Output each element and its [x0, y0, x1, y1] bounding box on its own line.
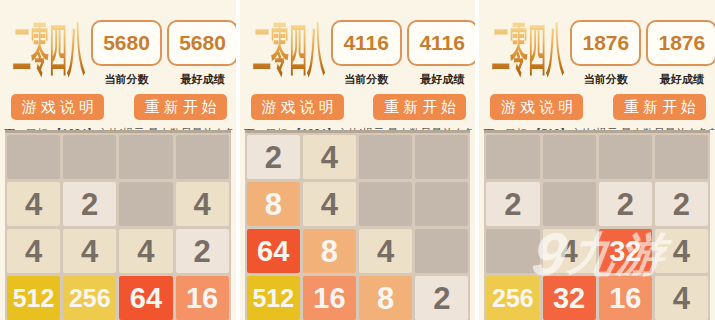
board-cell-empty [655, 135, 708, 179]
tile-32: 32 [599, 229, 652, 273]
game-title: 二零四八 [492, 20, 568, 82]
best-score-group: 4116 最好成绩 [407, 20, 476, 87]
tile-16: 16 [176, 276, 229, 320]
board-cell-empty [7, 135, 60, 179]
best-score-group: 1876 最好成绩 [646, 20, 715, 87]
board-cell-empty [359, 182, 412, 226]
tile-8: 8 [359, 276, 412, 320]
tile-4: 4 [63, 229, 116, 273]
tile-4: 4 [359, 229, 412, 273]
best-score-label: 最好成绩 [420, 72, 464, 87]
game-title-text: 二零四八 [492, 20, 564, 79]
tile-4: 4 [303, 135, 356, 179]
tile-512: 512 [247, 276, 300, 320]
current-score-box: 5680 [91, 20, 162, 66]
current-score-value: 5680 [103, 31, 150, 55]
tile-2: 2 [176, 229, 229, 273]
best-score-box: 1876 [646, 20, 715, 66]
game-panel-3: 二零四八 1876 当前分数 1876 最好成绩 游戏说明 重新开 [479, 0, 715, 320]
panel-header: 二零四八 5680 当前分数 5680 最好成绩 [0, 0, 236, 87]
tile-2: 2 [415, 276, 468, 320]
instructions-button[interactable]: 游戏说明 [490, 94, 583, 120]
best-score-group: 5680 最好成绩 [167, 20, 236, 87]
board-area: 42444425122566416 [5, 130, 231, 320]
panel-header: 二零四八 4116 当前分数 4116 最好成绩 [240, 0, 476, 87]
tile-2: 2 [247, 135, 300, 179]
board-cell-empty [486, 135, 539, 179]
best-score-label: 最好成绩 [660, 72, 704, 87]
tile-8: 8 [303, 229, 356, 273]
tile-16: 16 [303, 276, 356, 320]
tile-4: 4 [655, 229, 708, 273]
current-score-group: 4116 当前分数 [331, 20, 402, 87]
tile-256: 256 [63, 276, 116, 320]
current-score-box: 4116 [331, 20, 402, 66]
tile-64: 64 [247, 229, 300, 273]
game-title-text: 二零四八 [13, 20, 85, 79]
restart-button[interactable]: 重新开始 [373, 94, 466, 120]
tile-64: 64 [119, 276, 172, 320]
board-cell-empty [119, 182, 172, 226]
tile-256: 256 [486, 276, 539, 320]
tile-32: 32 [543, 276, 596, 320]
game-title: 二零四八 [13, 20, 89, 82]
board-cell-empty [415, 182, 468, 226]
button-row: 游戏说明 重新开始 [0, 87, 236, 120]
restart-button[interactable]: 重新开始 [134, 94, 227, 120]
current-score-value: 1876 [582, 31, 629, 55]
best-score-label: 最好成绩 [181, 72, 225, 87]
board-cell-empty [415, 229, 468, 273]
tile-16: 16 [599, 276, 652, 320]
button-row: 游戏说明 重新开始 [240, 87, 476, 120]
tile-4: 4 [7, 229, 60, 273]
best-score-value: 1876 [658, 31, 705, 55]
current-score-box: 1876 [570, 20, 641, 66]
tile-4: 4 [119, 229, 172, 273]
tile-4: 4 [655, 276, 708, 320]
score-area: 1876 当前分数 1876 最好成绩 [568, 20, 715, 87]
board-grid[interactable]: 42444425122566416 [7, 135, 229, 320]
tile-4: 4 [303, 182, 356, 226]
board-cell-empty [543, 135, 596, 179]
best-score-value: 4116 [419, 31, 465, 55]
board-cell-empty [119, 135, 172, 179]
board-grid[interactable]: 248464845121682 [247, 135, 469, 320]
tile-4: 4 [176, 182, 229, 226]
tile-2: 2 [63, 182, 116, 226]
tile-2: 2 [599, 182, 652, 226]
tile-2: 2 [486, 182, 539, 226]
panel-header: 二零四八 1876 当前分数 1876 最好成绩 [479, 0, 715, 87]
game-title: 二零四八 [253, 20, 329, 82]
current-score-group: 1876 当前分数 [570, 20, 641, 87]
tile-4: 4 [7, 182, 60, 226]
restart-button[interactable]: 重新开始 [613, 94, 706, 120]
board-cell-empty [543, 182, 596, 226]
current-score-group: 5680 当前分数 [91, 20, 162, 87]
button-row: 游戏说明 重新开始 [479, 87, 715, 120]
game-panel-2: 二零四八 4116 当前分数 4116 最好成绩 游戏说明 重新开 [240, 0, 476, 320]
goal-text: 下一目标:【1024】方块!提示:最大数尽量放在角落 [0, 120, 236, 130]
tile-2: 2 [655, 182, 708, 226]
board-cell-empty [415, 135, 468, 179]
best-score-value: 5680 [179, 31, 226, 55]
board-cell-empty [63, 135, 116, 179]
app-root: 二零四八 5680 当前分数 5680 最好成绩 游戏说明 重新开 [0, 0, 715, 320]
tile-8: 8 [247, 182, 300, 226]
best-score-box: 5680 [167, 20, 236, 66]
score-area: 5680 当前分数 5680 最好成绩 [89, 20, 236, 87]
board-cell-empty [486, 229, 539, 273]
instructions-button[interactable]: 游戏说明 [11, 94, 104, 120]
game-panel-1: 二零四八 5680 当前分数 5680 最好成绩 游戏说明 重新开 [0, 0, 236, 320]
goal-text: 下一目标:【512】方块!提示:最大数尽量放在角落 [479, 120, 715, 130]
goal-text: 下一目标:【1024】方块!提示:最大数尽量放在角落 [240, 120, 476, 130]
board-cell-empty [176, 135, 229, 179]
game-title-text: 二零四八 [253, 20, 325, 79]
board-cell-empty [599, 135, 652, 179]
board-area: 222432425632164 [484, 130, 710, 320]
score-area: 4116 当前分数 4116 最好成绩 [329, 20, 476, 87]
board-area: 248464845121682 [245, 130, 471, 320]
current-score-label: 当前分数 [344, 72, 388, 87]
instructions-button[interactable]: 游戏说明 [251, 94, 344, 120]
current-score-label: 当前分数 [105, 72, 149, 87]
board-cell-empty [359, 135, 412, 179]
tile-512: 512 [7, 276, 60, 320]
board-grid[interactable]: 222432425632164 [486, 135, 708, 320]
tile-4: 4 [543, 229, 596, 273]
current-score-label: 当前分数 [584, 72, 628, 87]
current-score-value: 4116 [343, 31, 389, 55]
best-score-box: 4116 [407, 20, 476, 66]
